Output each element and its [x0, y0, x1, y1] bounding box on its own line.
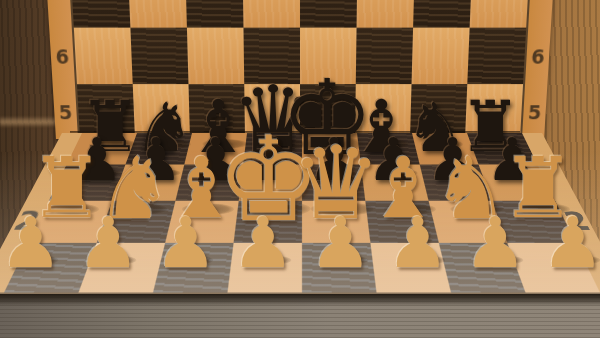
- chess-photo-scene: 6655 22ABCDEFGH ♜♞♝♛♚♝♞♜♟♟♟♟♟♟♟♟♜♞♝♚♛♝♞♜…: [0, 0, 600, 338]
- piece-white-pawn-a1[interactable]: ♟: [0, 208, 62, 278]
- piece-white-pawn-g1[interactable]: ♟: [464, 208, 527, 278]
- piece-white-pawn-b1[interactable]: ♟: [77, 208, 140, 278]
- piece-white-pawn-e1[interactable]: ♟: [309, 208, 372, 278]
- piece-white-pawn-d1[interactable]: ♟: [232, 208, 295, 278]
- piece-white-pawn-h1[interactable]: ♟: [541, 208, 600, 278]
- piece-white-pawn-f1[interactable]: ♟: [387, 208, 450, 278]
- piece-white-pawn-c1[interactable]: ♟: [154, 208, 217, 278]
- pieces-layer: ♜♞♝♛♚♝♞♜♟♟♟♟♟♟♟♟♜♞♝♚♛♝♞♜♟♟♟♟♟♟♟♟: [0, 0, 600, 338]
